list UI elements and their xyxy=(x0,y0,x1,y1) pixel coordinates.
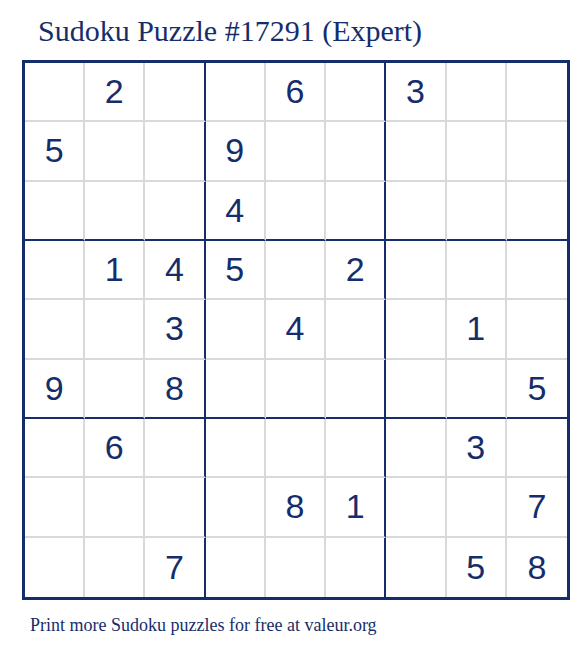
sudoku-cell-r9c4 xyxy=(206,538,266,597)
sudoku-cell-r3c1 xyxy=(25,182,85,241)
sudoku-cell-r4c7 xyxy=(386,241,446,300)
sudoku-cell-r3c9 xyxy=(507,182,567,241)
sudoku-cell-r8c8 xyxy=(447,478,507,537)
sudoku-cell-r6c6 xyxy=(326,360,386,419)
sudoku-cell-r5c6 xyxy=(326,300,386,359)
sudoku-cell-r4c1 xyxy=(25,241,85,300)
sudoku-cell-r3c3 xyxy=(145,182,205,241)
sudoku-cell-r4c4: 5 xyxy=(206,241,266,300)
sudoku-cell-r3c6 xyxy=(326,182,386,241)
sudoku-cell-r6c7 xyxy=(386,360,446,419)
sudoku-cell-r1c3 xyxy=(145,63,205,122)
sudoku-cell-r7c7 xyxy=(386,419,446,478)
sudoku-cell-r8c9: 7 xyxy=(507,478,567,537)
sudoku-cell-r1c7: 3 xyxy=(386,63,446,122)
sudoku-cell-r8c2 xyxy=(85,478,145,537)
sudoku-cell-r4c6: 2 xyxy=(326,241,386,300)
sudoku-cell-r5c9 xyxy=(507,300,567,359)
sudoku-cell-r4c3: 4 xyxy=(145,241,205,300)
sudoku-board: 263594145234198563817758 xyxy=(22,60,570,600)
sudoku-cell-r9c5 xyxy=(266,538,326,597)
sudoku-cell-r9c8: 5 xyxy=(447,538,507,597)
footer-text: Print more Sudoku puzzles for free at va… xyxy=(30,615,377,636)
sudoku-cell-r2c5 xyxy=(266,122,326,181)
sudoku-cell-r4c5 xyxy=(266,241,326,300)
sudoku-cell-r1c8 xyxy=(447,63,507,122)
sudoku-cell-r5c5: 4 xyxy=(266,300,326,359)
sudoku-cell-r7c2: 6 xyxy=(85,419,145,478)
sudoku-cell-r8c5: 8 xyxy=(266,478,326,537)
sudoku-cell-r2c1: 5 xyxy=(25,122,85,181)
sudoku-cell-r6c5 xyxy=(266,360,326,419)
sudoku-cell-r1c4 xyxy=(206,63,266,122)
sudoku-cell-r9c3: 7 xyxy=(145,538,205,597)
sudoku-cell-r5c8: 1 xyxy=(447,300,507,359)
sudoku-cell-r2c4: 9 xyxy=(206,122,266,181)
sudoku-cell-r6c8 xyxy=(447,360,507,419)
sudoku-cell-r9c6 xyxy=(326,538,386,597)
sudoku-cell-r2c3 xyxy=(145,122,205,181)
sudoku-cell-r8c3 xyxy=(145,478,205,537)
sudoku-cell-r8c4 xyxy=(206,478,266,537)
sudoku-cell-r7c3 xyxy=(145,419,205,478)
sudoku-cell-r6c2 xyxy=(85,360,145,419)
sudoku-cell-r7c1 xyxy=(25,419,85,478)
sudoku-cell-r7c8: 3 xyxy=(447,419,507,478)
sudoku-cell-r8c1 xyxy=(25,478,85,537)
sudoku-cell-r3c7 xyxy=(386,182,446,241)
sudoku-cell-r3c2 xyxy=(85,182,145,241)
sudoku-cell-r2c8 xyxy=(447,122,507,181)
sudoku-cell-r7c6 xyxy=(326,419,386,478)
sudoku-cell-r4c2: 1 xyxy=(85,241,145,300)
sudoku-cell-r9c2 xyxy=(85,538,145,597)
sudoku-cell-r1c2: 2 xyxy=(85,63,145,122)
sudoku-cell-r3c4: 4 xyxy=(206,182,266,241)
sudoku-cell-r2c9 xyxy=(507,122,567,181)
sudoku-cell-r2c7 xyxy=(386,122,446,181)
sudoku-cell-r1c5: 6 xyxy=(266,63,326,122)
sudoku-cell-r5c4 xyxy=(206,300,266,359)
page-title: Sudoku Puzzle #17291 (Expert) xyxy=(38,13,422,49)
sudoku-cell-r6c1: 9 xyxy=(25,360,85,419)
sudoku-cell-r7c4 xyxy=(206,419,266,478)
sudoku-cell-r5c3: 3 xyxy=(145,300,205,359)
sudoku-cell-r9c7 xyxy=(386,538,446,597)
sudoku-cell-r3c8 xyxy=(447,182,507,241)
sudoku-cell-r4c8 xyxy=(447,241,507,300)
sudoku-cell-r1c6 xyxy=(326,63,386,122)
sudoku-cell-r2c2 xyxy=(85,122,145,181)
sudoku-cell-r1c9 xyxy=(507,63,567,122)
sudoku-cell-r8c6: 1 xyxy=(326,478,386,537)
sudoku-cell-r5c7 xyxy=(386,300,446,359)
sudoku-cell-r6c3: 8 xyxy=(145,360,205,419)
sudoku-cell-r3c5 xyxy=(266,182,326,241)
sudoku-cell-r7c9 xyxy=(507,419,567,478)
sudoku-cell-r6c9: 5 xyxy=(507,360,567,419)
sudoku-cell-r9c1 xyxy=(25,538,85,597)
sudoku-cell-r5c1 xyxy=(25,300,85,359)
sudoku-cell-r1c1 xyxy=(25,63,85,122)
sudoku-cell-r4c9 xyxy=(507,241,567,300)
sudoku-cell-r7c5 xyxy=(266,419,326,478)
sudoku-cell-r9c9: 8 xyxy=(507,538,567,597)
sudoku-cell-r5c2 xyxy=(85,300,145,359)
sudoku-cell-r6c4 xyxy=(206,360,266,419)
sudoku-cell-r2c6 xyxy=(326,122,386,181)
sudoku-cell-r8c7 xyxy=(386,478,446,537)
